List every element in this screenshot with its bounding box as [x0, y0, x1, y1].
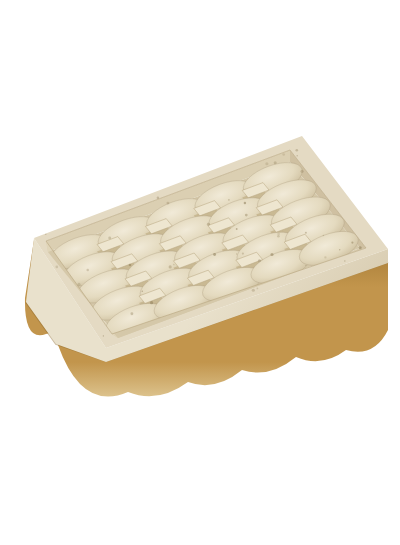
speckle-dot	[324, 256, 326, 258]
speckle-dot	[157, 197, 160, 200]
speckle-dot	[339, 249, 340, 250]
speckle-dot	[265, 162, 268, 165]
speckle-dot	[142, 291, 143, 292]
speckle-dot	[166, 202, 169, 205]
speckle-dot	[257, 288, 259, 290]
speckle-dot	[213, 253, 216, 256]
speckle-dot	[344, 260, 346, 262]
speckle-dot	[296, 155, 298, 157]
speckle-dot	[244, 202, 246, 204]
tray-illustration	[0, 0, 400, 545]
speckle-dot	[270, 253, 273, 256]
speckle-dot	[55, 266, 58, 269]
product-photo	[0, 0, 400, 545]
speckle-dot	[86, 269, 88, 271]
speckle-dot	[351, 242, 353, 244]
speckle-dot	[245, 214, 248, 217]
speckle-dot	[103, 335, 104, 336]
speckle-dot	[207, 223, 210, 226]
speckle-dot	[323, 235, 325, 237]
speckle-dot	[169, 265, 172, 268]
speckle-dot	[301, 170, 304, 173]
speckle-dot	[242, 253, 244, 255]
speckle-dot	[258, 259, 261, 262]
speckle-dot	[252, 289, 255, 292]
speckle-dot	[236, 253, 237, 254]
speckle-dot	[305, 232, 307, 234]
speckle-dot	[173, 264, 175, 266]
speckle-dot	[108, 236, 111, 239]
speckle-dot	[228, 199, 230, 201]
speckle-dot	[296, 149, 299, 152]
speckle-dot	[236, 228, 238, 230]
speckle-dot	[282, 153, 285, 156]
speckle-dot	[150, 301, 153, 304]
speckle-dot	[359, 246, 362, 249]
speckle-dot	[274, 161, 277, 164]
speckle-dot	[130, 312, 133, 315]
speckle-dot	[78, 283, 81, 286]
speckle-dot	[305, 265, 306, 266]
speckle-dot	[277, 235, 280, 238]
speckle-dot	[129, 264, 132, 267]
